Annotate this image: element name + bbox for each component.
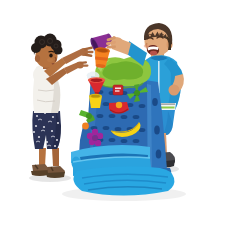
- toddler-finger: [81, 65, 89, 67]
- shorts-pattern-dot: [51, 130, 53, 132]
- orange-ball: [116, 102, 122, 108]
- shorts-pattern-dot: [52, 116, 54, 118]
- yellow-cup-mouth: [91, 95, 100, 98]
- shorts-pattern-dot: [38, 136, 40, 138]
- step2-logo-badge: [113, 85, 123, 95]
- tower-hole: [152, 98, 158, 106]
- toddler-sleeve: [33, 67, 47, 84]
- tower-hole: [154, 126, 160, 135]
- wall-hole: [139, 104, 146, 108]
- wall-hole: [133, 115, 140, 119]
- toddler-left-leg: [39, 148, 46, 166]
- wall-hole: [121, 115, 128, 119]
- shorts-pattern-dot: [56, 139, 58, 141]
- boy-cheek: [144, 44, 150, 48]
- base-skirt: [73, 167, 174, 196]
- flower-hub: [92, 135, 98, 141]
- shorts-pattern-dot: [43, 126, 45, 128]
- boy-left-hand: [169, 85, 180, 96]
- scene: [0, 0, 228, 228]
- spinner-hub: [86, 113, 92, 119]
- toddler-right-leg: [52, 148, 59, 166]
- flower-petal: [92, 129, 98, 135]
- wall-hole: [133, 139, 140, 143]
- shorts-pattern-dot: [35, 125, 37, 127]
- toddler-finger: [85, 51, 94, 53]
- boy-finger: [106, 45, 116, 48]
- wall-hole: [97, 114, 104, 118]
- shorts-pattern-dot: [33, 131, 35, 133]
- toddler-eye: [49, 53, 52, 57]
- wall-hole: [115, 127, 122, 131]
- shorts-pattern-dot: [46, 141, 48, 143]
- wall-hole: [121, 139, 128, 143]
- toddler-cheek: [47, 58, 53, 62]
- shorts-pattern-dot: [57, 122, 59, 124]
- wall-hole: [103, 126, 110, 130]
- shorts-pattern-dot: [36, 115, 38, 117]
- orange-knob: [82, 123, 89, 130]
- toddler-hair-curl: [31, 43, 41, 53]
- logo-text-mark: [115, 90, 120, 91]
- product-photo: [0, 0, 228, 228]
- yellow-cup: [89, 94, 102, 108]
- logo-text-mark: [115, 88, 121, 90]
- boy-tongue: [150, 51, 157, 55]
- red-funnel-mouth: [91, 79, 103, 83]
- shorts-pattern-dot: [54, 145, 56, 147]
- tower-hole: [156, 150, 162, 159]
- water-bubble: [87, 69, 91, 73]
- toddler-ear: [35, 55, 40, 62]
- spinner-hub: [134, 90, 140, 96]
- wall-hole: [109, 114, 116, 118]
- wall-hole: [109, 138, 116, 142]
- toddler-right-sole: [46, 172, 65, 178]
- wall-hole: [103, 102, 110, 106]
- water-bubble: [85, 76, 87, 78]
